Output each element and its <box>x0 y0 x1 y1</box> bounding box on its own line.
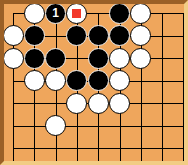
white-stone <box>130 3 151 24</box>
black-stone <box>24 48 45 69</box>
go-board[interactable]: 1 <box>0 0 188 165</box>
white-stone <box>66 93 87 114</box>
grid-line-horizontal <box>13 126 184 127</box>
move-number-label: 1 <box>52 7 59 19</box>
white-stone <box>3 48 24 69</box>
black-stone <box>88 70 109 91</box>
white-stone <box>24 3 45 24</box>
red-square-marker-icon <box>72 9 81 18</box>
black-stone <box>88 25 109 46</box>
white-stone <box>109 93 130 114</box>
white-stone <box>45 70 66 91</box>
black-stone <box>88 48 109 69</box>
black-stone <box>45 48 66 69</box>
white-stone <box>130 25 151 46</box>
white-stone <box>3 25 24 46</box>
go-diagram: 1 <box>0 0 188 165</box>
black-stone <box>24 25 45 46</box>
white-stone <box>109 70 130 91</box>
white-stone <box>88 93 109 114</box>
white-stone <box>45 115 66 136</box>
black-stone <box>109 3 130 24</box>
black-stone <box>66 70 87 91</box>
white-stone <box>109 48 130 69</box>
black-stone: 1 <box>45 3 66 24</box>
white-stone <box>24 70 45 91</box>
black-stone <box>66 25 87 46</box>
white-stone <box>66 3 87 24</box>
white-stone <box>130 48 151 69</box>
grid-line-horizontal <box>13 148 184 149</box>
black-stone <box>109 25 130 46</box>
